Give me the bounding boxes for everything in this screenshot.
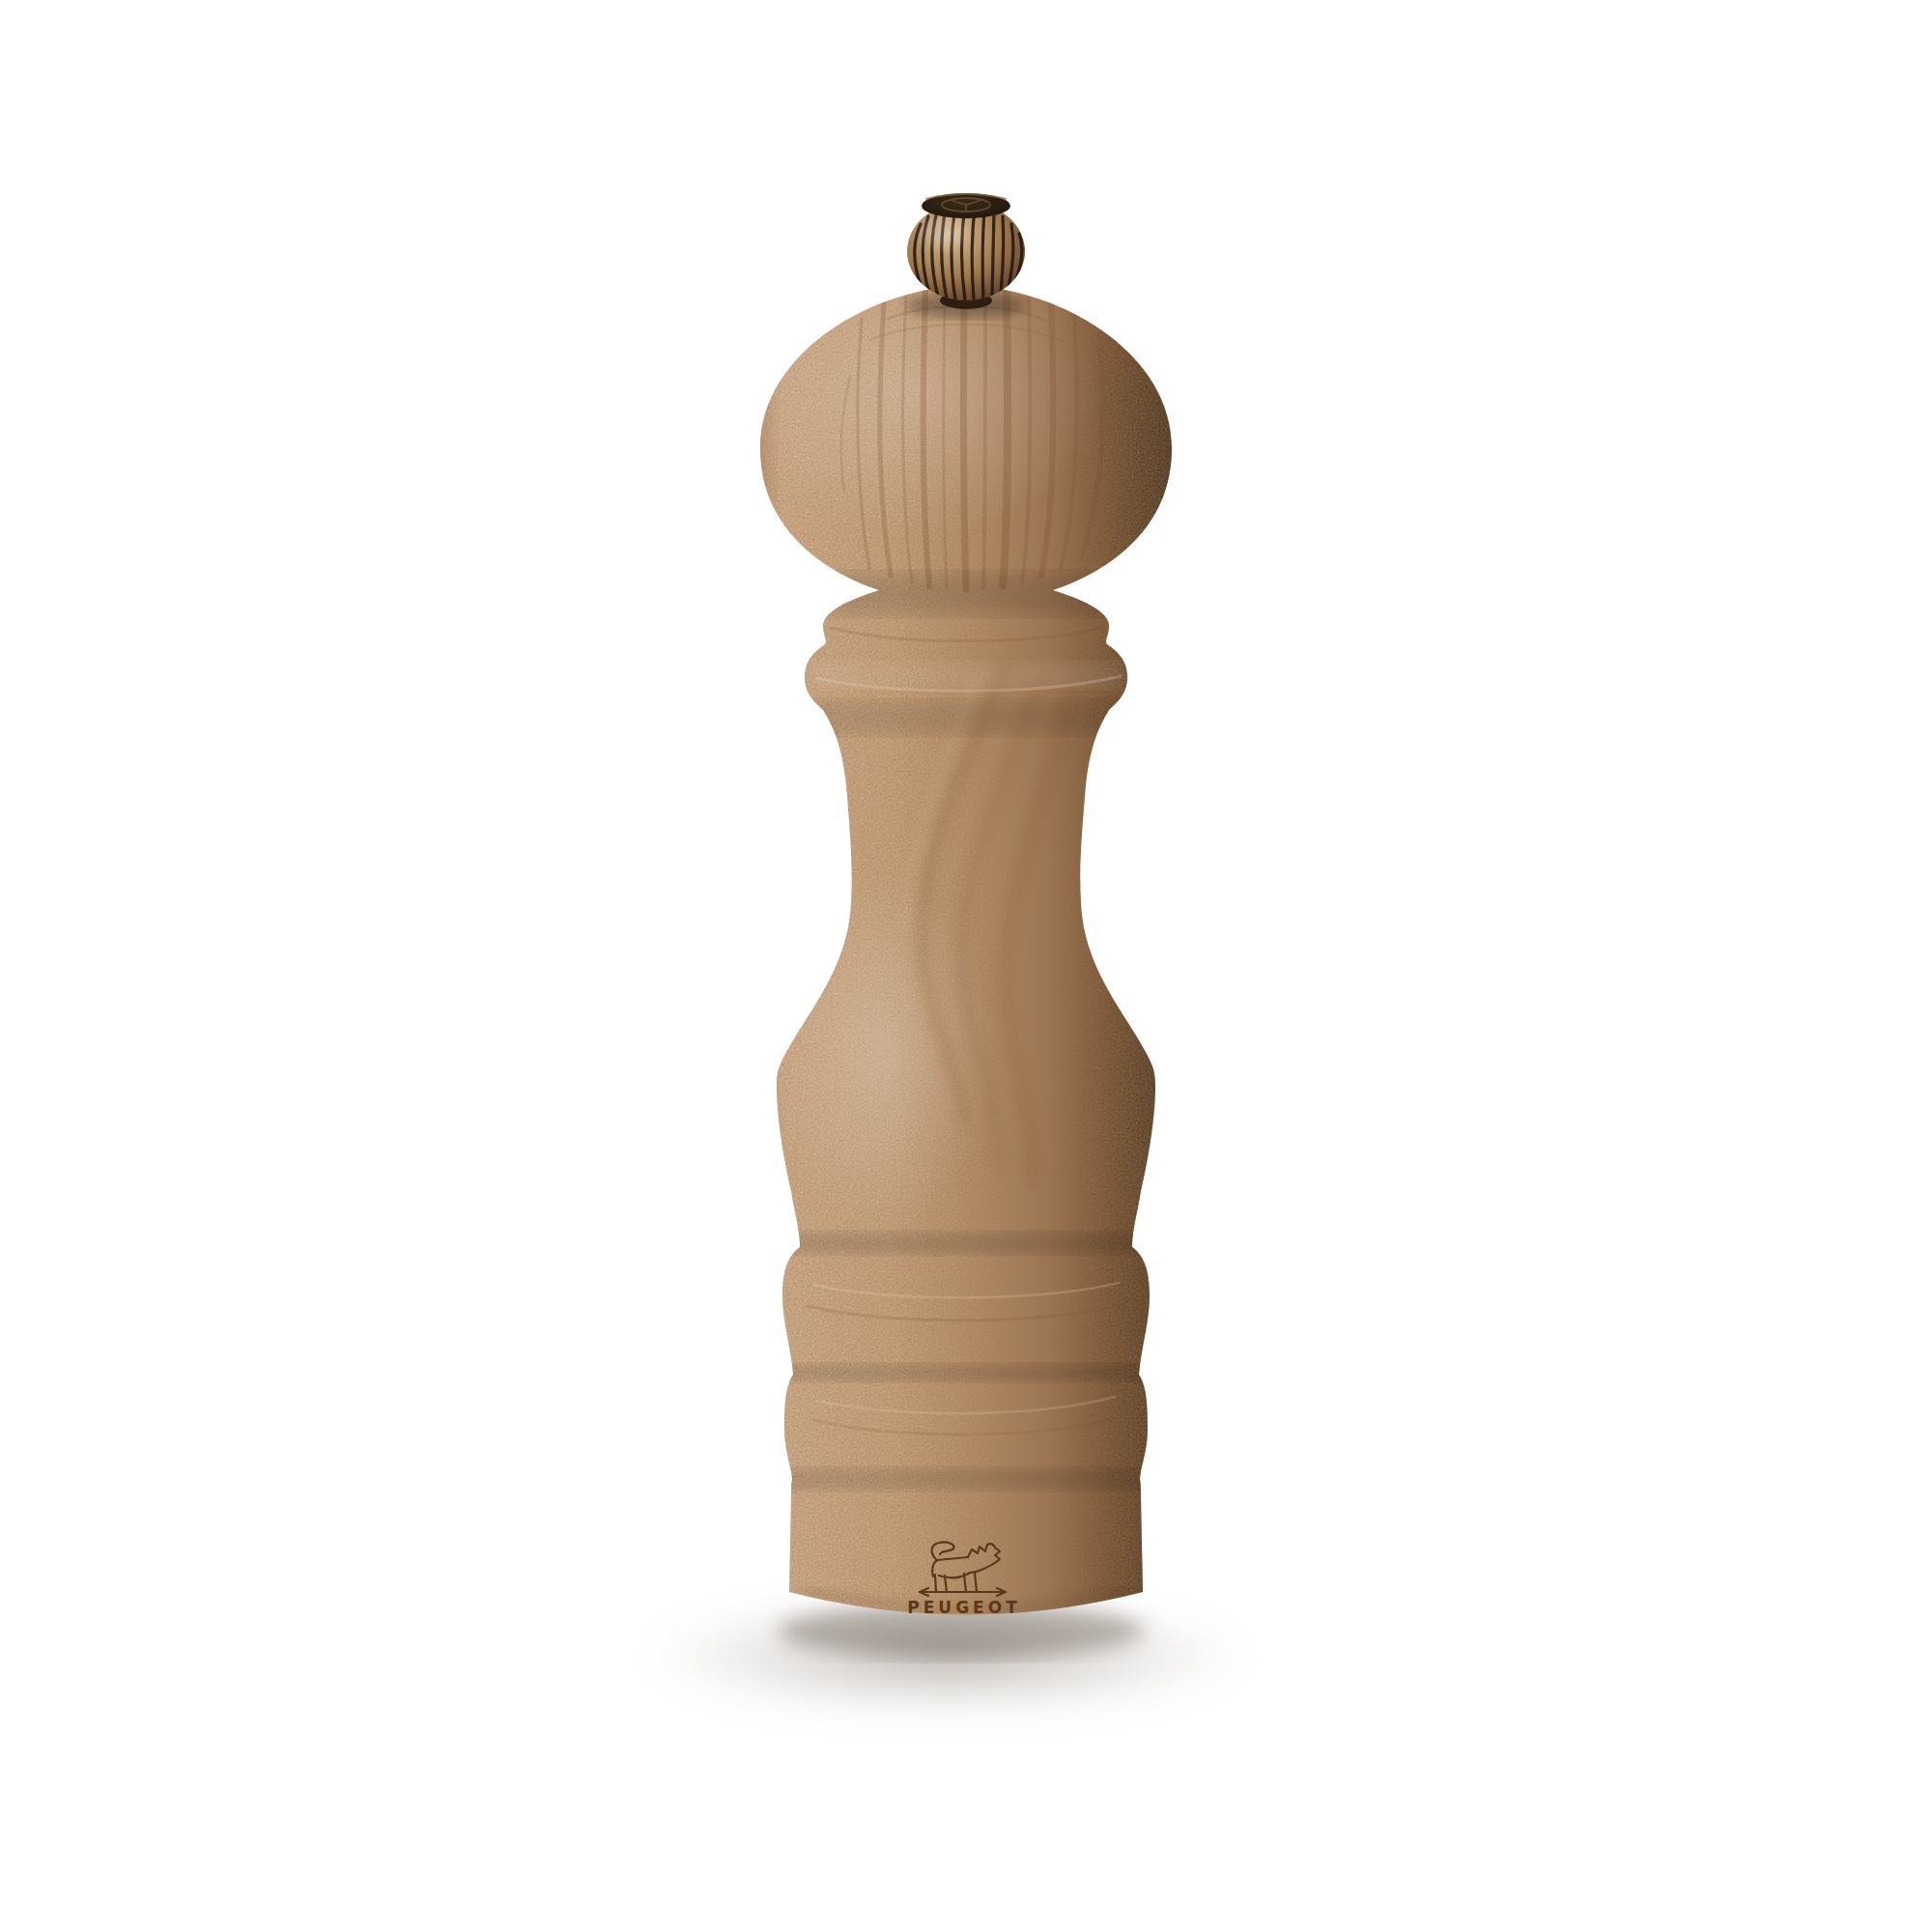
mill-body	[729, 246, 1179, 1642]
wood-texture	[729, 246, 1179, 1642]
knob-sheen	[920, 215, 966, 248]
belly-highlight	[770, 869, 992, 1236]
pepper-mill-photo: PEUGEOT	[0, 0, 1932, 1932]
photo-stage: PEUGEOT	[0, 0, 1932, 1932]
pepper-mill-figure: PEUGEOT	[0, 0, 1932, 1932]
brand-text: PEUGEOT	[907, 1598, 1021, 1617]
